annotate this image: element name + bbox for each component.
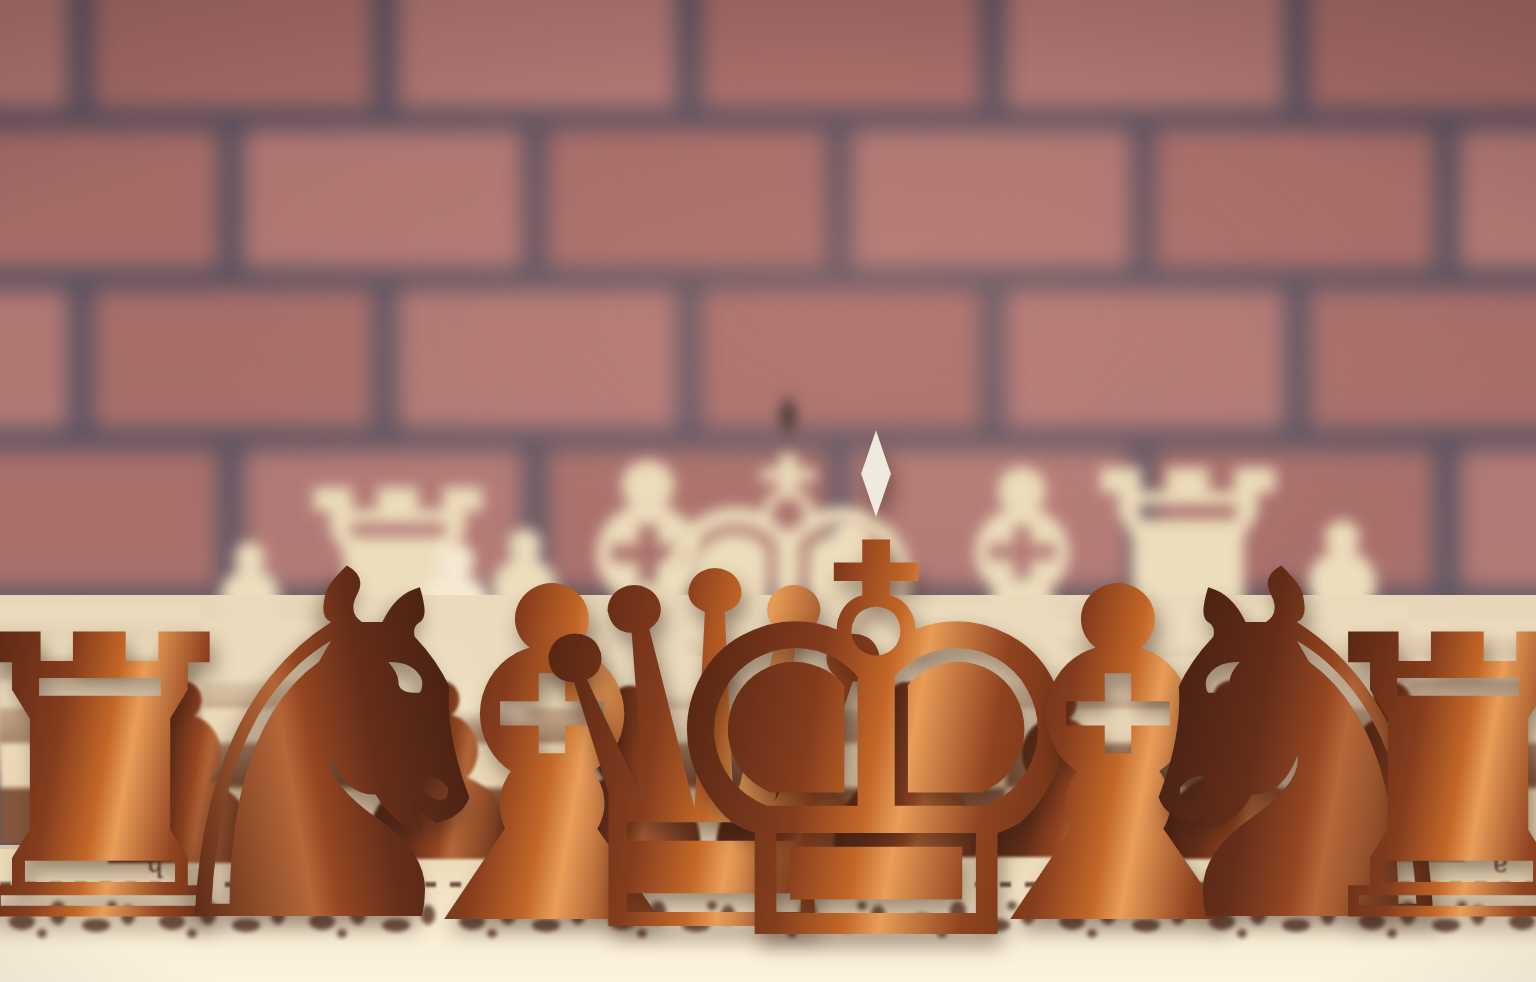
board-square (201, 680, 402, 709)
board-square (403, 637, 604, 657)
board-square (403, 656, 604, 679)
board-front-rim: hgfedcba (0, 845, 1536, 982)
brick (1006, 0, 1284, 108)
board-square (1006, 743, 1207, 787)
board-square (604, 656, 805, 679)
board-square (1208, 604, 1409, 620)
board-square (1409, 788, 1536, 845)
board-square (1208, 708, 1409, 743)
brick (398, 290, 676, 428)
board-square (1208, 680, 1409, 709)
board-square (201, 708, 402, 743)
board-square (604, 637, 805, 657)
board-square (201, 620, 402, 637)
brick (94, 0, 372, 108)
file-label-a: a (1492, 851, 1508, 881)
brick (548, 130, 826, 268)
brick (94, 290, 372, 428)
board-square (805, 788, 1006, 845)
board-square (1208, 637, 1409, 657)
file-label-h: h (146, 851, 163, 881)
board-square (0, 620, 201, 637)
board-square (403, 604, 604, 620)
brick (0, 450, 218, 588)
board-square (1409, 656, 1536, 679)
board-square (1208, 743, 1409, 787)
board-square (201, 788, 402, 845)
board-square (0, 656, 201, 679)
brick (1156, 450, 1434, 588)
board-square (1409, 620, 1536, 637)
file-label-e: e (731, 851, 747, 881)
brick (548, 450, 826, 588)
brick (852, 130, 1130, 268)
board-square (1409, 637, 1536, 657)
brick (0, 290, 68, 428)
board-square (0, 680, 201, 709)
file-label-d: d (925, 851, 942, 881)
file-label-f: f (547, 851, 557, 881)
board-square (1006, 637, 1207, 657)
brick (702, 290, 980, 428)
brick (852, 450, 1130, 588)
board-square (604, 788, 805, 845)
board-square (604, 604, 805, 620)
chess-photo-scene: ♟♜♟♟♝♚♟♝♜♟ hgfedcba ♟♟♟♟♟♟♟♟ ♜♞♝♛♚♝♞♜ (0, 0, 1536, 982)
board-square (201, 743, 402, 787)
board-square (0, 708, 201, 743)
board-square (805, 620, 1006, 637)
brick (1156, 130, 1434, 268)
file-letters-row: hgfedcba (0, 851, 1536, 881)
file-label-b: b (1300, 851, 1317, 881)
chess-board-grid (0, 604, 1536, 845)
board-square (805, 708, 1006, 743)
board-square (403, 788, 604, 845)
board-square (201, 656, 402, 679)
board-square (1409, 604, 1536, 620)
board-square (1006, 604, 1207, 620)
brick (398, 0, 676, 108)
board-square (0, 604, 201, 620)
brick (702, 0, 980, 108)
board-square (805, 656, 1006, 679)
board-square (805, 743, 1006, 787)
board-square (403, 680, 604, 709)
board-square (1208, 656, 1409, 679)
board-square (201, 637, 402, 657)
brick (0, 0, 68, 108)
board-square (1006, 708, 1207, 743)
folk-ornament-band (0, 893, 1536, 945)
board-square (0, 743, 201, 787)
brick (1310, 0, 1536, 108)
board-square (0, 637, 201, 657)
board-square (604, 708, 805, 743)
brick (1460, 450, 1536, 588)
board-square (805, 680, 1006, 709)
board-square (403, 743, 604, 787)
board-square (1006, 656, 1207, 679)
board-square (1208, 788, 1409, 845)
board-square (604, 743, 805, 787)
brick (1310, 290, 1536, 428)
dotted-rule (0, 882, 1536, 887)
board-square (604, 620, 805, 637)
board-square (403, 620, 604, 637)
brick (244, 450, 522, 588)
board-square (604, 680, 805, 709)
board-square (805, 604, 1006, 620)
file-label-g: g (351, 851, 368, 881)
brick (1460, 130, 1536, 268)
board-square (0, 788, 201, 845)
board-square (1409, 743, 1536, 787)
board-square (1409, 708, 1536, 743)
board-square (1006, 680, 1207, 709)
brick (0, 130, 218, 268)
board-square (201, 604, 402, 620)
brick (244, 130, 522, 268)
board-square (1208, 620, 1409, 637)
board-square (1006, 620, 1207, 637)
file-label-c: c (1116, 851, 1131, 881)
board-square (1006, 788, 1207, 845)
board-square (805, 637, 1006, 657)
brick (1006, 290, 1284, 428)
board-square (403, 708, 604, 743)
board-square (1409, 680, 1536, 709)
